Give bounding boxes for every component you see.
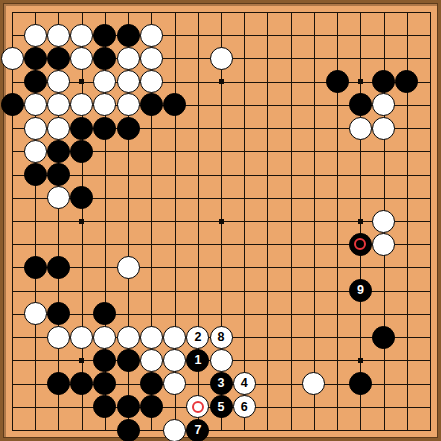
black-stone — [117, 349, 140, 372]
move-number-label: 8 — [218, 331, 225, 344]
board-point — [163, 372, 186, 395]
white-stone — [70, 24, 93, 47]
board-point — [93, 47, 116, 70]
board-point — [24, 24, 47, 47]
black-stone: 3 — [210, 372, 233, 395]
board-point — [24, 163, 47, 186]
white-stone — [117, 326, 140, 349]
board-point — [117, 117, 140, 140]
board-point — [24, 70, 47, 93]
black-stone — [117, 395, 140, 418]
board-point — [70, 372, 93, 395]
board-point — [93, 117, 116, 140]
white-stone — [70, 326, 93, 349]
board-point — [93, 70, 116, 93]
white-stone — [210, 349, 233, 372]
white-stone — [24, 302, 47, 325]
white-stone — [47, 70, 70, 93]
black-stone — [117, 24, 140, 47]
go-board[interactable]: 928134567 — [0, 0, 441, 441]
move-number-label: 4 — [241, 377, 248, 390]
white-stone — [70, 47, 93, 70]
white-stone — [47, 117, 70, 140]
board-point — [140, 349, 163, 372]
black-stone — [372, 326, 395, 349]
board-point — [93, 24, 116, 47]
black-stone — [1, 93, 24, 116]
board-point — [47, 163, 70, 186]
white-stone — [47, 186, 70, 209]
board-point — [117, 70, 140, 93]
board-point — [372, 93, 395, 116]
board-point — [47, 47, 70, 70]
board-point — [24, 117, 47, 140]
board-point — [93, 395, 116, 418]
board-point — [140, 70, 163, 93]
board-point — [163, 418, 186, 441]
black-stone — [93, 349, 116, 372]
white-stone — [349, 117, 372, 140]
white-stone — [24, 93, 47, 116]
black-stone — [24, 256, 47, 279]
board-point — [163, 349, 186, 372]
white-stone — [140, 47, 163, 70]
white-stone — [140, 24, 163, 47]
white-stone — [372, 93, 395, 116]
black-stone — [93, 47, 116, 70]
board-point — [349, 372, 372, 395]
circle-marker-icon — [192, 401, 204, 413]
board-point: 5 — [209, 395, 232, 418]
star-point — [349, 349, 372, 372]
board-point: 1 — [186, 349, 209, 372]
move-number-label: 5 — [218, 401, 225, 414]
black-stone — [93, 117, 116, 140]
white-stone — [140, 70, 163, 93]
board-point — [372, 117, 395, 140]
black-stone: 9 — [349, 279, 372, 302]
white-stone — [117, 256, 140, 279]
board-point: 3 — [209, 372, 232, 395]
board-point — [24, 256, 47, 279]
board-point — [140, 372, 163, 395]
black-stone — [47, 256, 70, 279]
board-point: 8 — [209, 326, 232, 349]
white-stone — [47, 24, 70, 47]
board-point — [117, 349, 140, 372]
move-number-label: 6 — [241, 401, 248, 414]
board-point — [47, 93, 70, 116]
board-point — [93, 372, 116, 395]
board-point — [349, 93, 372, 116]
white-stone — [163, 419, 186, 441]
white-stone — [24, 140, 47, 163]
board-grid[interactable]: 928134567 — [1, 1, 441, 441]
white-stone — [163, 349, 186, 372]
black-stone — [24, 47, 47, 70]
move-number-label: 7 — [194, 424, 201, 437]
circle-marker-icon — [354, 238, 366, 250]
black-stone — [93, 24, 116, 47]
star-point-dot — [79, 79, 84, 84]
white-stone — [163, 326, 186, 349]
board-point: 9 — [349, 279, 372, 302]
board-point — [117, 326, 140, 349]
white-stone — [47, 326, 70, 349]
black-stone — [93, 395, 116, 418]
black-stone — [349, 233, 372, 256]
white-stone — [70, 93, 93, 116]
white-stone — [117, 47, 140, 70]
board-point — [47, 326, 70, 349]
white-stone: 4 — [233, 372, 256, 395]
white-stone — [372, 117, 395, 140]
white-stone — [210, 47, 233, 70]
board-point — [70, 24, 93, 47]
white-stone — [163, 372, 186, 395]
board-point — [47, 186, 70, 209]
star-point — [349, 209, 372, 232]
board-point — [117, 418, 140, 441]
board-point — [326, 70, 349, 93]
board-point — [372, 70, 395, 93]
black-stone — [349, 93, 372, 116]
move-number-label: 9 — [357, 284, 364, 297]
board-point — [24, 302, 47, 325]
star-point-dot — [79, 358, 84, 363]
star-point — [70, 349, 93, 372]
board-point — [93, 349, 116, 372]
black-stone — [93, 302, 116, 325]
black-stone: 7 — [186, 419, 209, 441]
white-stone — [117, 70, 140, 93]
black-stone — [47, 372, 70, 395]
board-point: 2 — [186, 326, 209, 349]
board-point — [47, 24, 70, 47]
star-point-dot — [358, 358, 363, 363]
board-point — [70, 140, 93, 163]
black-stone — [47, 140, 70, 163]
move-number-label: 1 — [194, 354, 201, 367]
board-point — [70, 186, 93, 209]
board-point — [117, 24, 140, 47]
board-point — [209, 349, 232, 372]
board-point — [117, 47, 140, 70]
board-point — [140, 24, 163, 47]
white-stone — [24, 117, 47, 140]
board-point — [140, 47, 163, 70]
board-point — [209, 47, 232, 70]
board-point — [349, 233, 372, 256]
board-point — [24, 93, 47, 116]
star-point — [209, 70, 232, 93]
black-stone — [24, 163, 47, 186]
board-point — [93, 326, 116, 349]
black-stone: 1 — [186, 349, 209, 372]
white-stone — [93, 326, 116, 349]
board-point — [186, 395, 209, 418]
board-point — [372, 233, 395, 256]
board-point — [70, 326, 93, 349]
board-point: 6 — [233, 395, 256, 418]
board-point — [1, 93, 24, 116]
star-point — [349, 70, 372, 93]
white-stone — [1, 47, 24, 70]
board-point — [93, 302, 116, 325]
white-stone: 8 — [210, 326, 233, 349]
star-point-dot — [79, 219, 84, 224]
board-point — [70, 47, 93, 70]
white-stone — [186, 395, 209, 418]
board-point — [24, 140, 47, 163]
black-stone — [47, 302, 70, 325]
black-stone — [140, 372, 163, 395]
board-point — [140, 326, 163, 349]
board-point — [24, 47, 47, 70]
board-point — [349, 117, 372, 140]
board-point — [163, 93, 186, 116]
black-stone — [70, 117, 93, 140]
star-point-dot — [358, 79, 363, 84]
white-stone — [117, 93, 140, 116]
white-stone — [93, 93, 116, 116]
star-point — [209, 209, 232, 232]
board-point — [372, 209, 395, 232]
board-point — [140, 395, 163, 418]
black-stone — [47, 47, 70, 70]
move-number-label: 2 — [194, 331, 201, 344]
black-stone — [372, 70, 395, 93]
star-point — [70, 70, 93, 93]
black-stone — [70, 140, 93, 163]
white-stone — [302, 372, 325, 395]
board-point — [47, 70, 70, 93]
white-stone — [93, 70, 116, 93]
black-stone — [70, 372, 93, 395]
white-stone — [24, 24, 47, 47]
board-point — [47, 140, 70, 163]
white-stone — [140, 349, 163, 372]
board-point — [47, 256, 70, 279]
white-stone — [47, 93, 70, 116]
board-point — [93, 93, 116, 116]
black-stone — [163, 93, 186, 116]
board-point — [47, 117, 70, 140]
board-point — [372, 326, 395, 349]
black-stone — [395, 70, 418, 93]
black-stone — [24, 70, 47, 93]
star-point-dot — [219, 219, 224, 224]
board-point — [117, 93, 140, 116]
star-point-dot — [358, 219, 363, 224]
board-point — [117, 256, 140, 279]
black-stone — [117, 419, 140, 441]
black-stone — [93, 372, 116, 395]
star-point — [70, 209, 93, 232]
black-stone — [140, 93, 163, 116]
move-number-label: 3 — [218, 377, 225, 390]
black-stone — [47, 163, 70, 186]
black-stone — [70, 186, 93, 209]
board-point: 7 — [186, 418, 209, 441]
board-point — [70, 93, 93, 116]
black-stone — [349, 372, 372, 395]
board-point — [47, 302, 70, 325]
board-point — [47, 372, 70, 395]
board-point — [163, 326, 186, 349]
black-stone — [326, 70, 349, 93]
white-stone: 6 — [233, 395, 256, 418]
board-point — [302, 372, 325, 395]
board-point: 4 — [233, 372, 256, 395]
white-stone — [372, 210, 395, 233]
white-stone: 2 — [186, 326, 209, 349]
black-stone — [140, 395, 163, 418]
board-point — [395, 70, 418, 93]
black-stone — [117, 117, 140, 140]
black-stone: 5 — [210, 395, 233, 418]
board-point — [140, 93, 163, 116]
white-stone — [140, 326, 163, 349]
white-stone — [372, 233, 395, 256]
board-point — [70, 117, 93, 140]
board-point — [1, 47, 24, 70]
board-point — [117, 395, 140, 418]
star-point-dot — [219, 79, 224, 84]
